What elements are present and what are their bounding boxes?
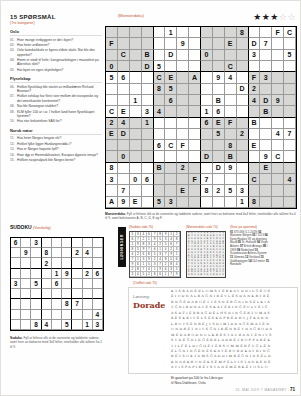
hexadoku-cell[interactable]: A [106,197,118,208]
hexadoku-cell[interactable]: 9 [177,38,189,49]
hexadoku-cell[interactable] [154,50,166,61]
sudoku-cell[interactable]: 2 [72,248,82,258]
hexadoku-cell[interactable] [130,84,142,95]
hexadoku-cell[interactable] [284,118,296,129]
sudoku-cell[interactable] [62,248,72,258]
hexadoku-cell[interactable]: 4 [225,72,237,83]
hexadoku-cell[interactable] [154,129,166,140]
hexadoku-cell[interactable] [118,163,130,174]
hexadoku-cell[interactable]: 6 [142,174,154,185]
hexadoku-cell[interactable] [272,61,284,72]
sudoku-cell[interactable] [72,289,82,299]
hexadoku-cell[interactable] [154,95,166,106]
hexadoku-cell[interactable] [154,174,166,185]
hexadoku-cell[interactable] [237,61,249,72]
hexadoku-cell[interactable] [272,50,284,61]
hexadoku-cell[interactable]: 8 [237,27,249,38]
hexadoku-cell[interactable]: 5 [284,50,296,61]
sudoku-cell[interactable] [72,269,82,279]
hexadoku-cell[interactable] [249,151,261,162]
sudoku-cell[interactable]: 3 [31,238,41,248]
sudoku-cell[interactable] [21,289,31,299]
sudoku-cell[interactable]: 6 [52,279,62,289]
hexadoku-cell[interactable] [225,27,237,38]
hexadoku-cell[interactable] [249,129,261,140]
hexadoku-cell[interactable] [249,61,261,72]
hexadoku-cell[interactable]: 1 [130,95,142,106]
hexadoku-cell[interactable] [130,140,142,151]
hexadoku-cell[interactable] [237,174,249,185]
hexadoku-cell[interactable]: 3 [106,174,118,185]
hexadoku-cell[interactable] [237,151,249,162]
hexadoku-cell[interactable]: 3 [260,72,272,83]
hexadoku-cell[interactable] [213,197,225,208]
sudoku-cell[interactable] [11,310,21,320]
hexadoku-cell[interactable] [130,129,142,140]
hexadoku-cell[interactable] [106,50,118,61]
hexadoku-cell[interactable] [237,163,249,174]
hexadoku-cell[interactable] [189,61,201,72]
hexadoku-cell[interactable]: 3 [249,50,261,61]
sudoku-cell[interactable]: 4 [42,320,52,330]
hexadoku-cell[interactable] [177,84,189,95]
sudoku-cell[interactable] [52,299,62,309]
hexadoku-cell[interactable] [130,61,142,72]
sudoku-cell[interactable]: 8 [42,248,52,258]
hexadoku-cell[interactable]: 7 [284,129,296,140]
hexadoku-cell[interactable] [177,197,189,208]
sudoku-cell[interactable] [31,269,41,279]
hexadoku-cell[interactable]: D [260,95,272,106]
hexadoku-cell[interactable] [142,38,154,49]
hexadoku-cell[interactable] [213,174,225,185]
hexadoku-cell[interactable]: D [165,50,177,61]
hexadoku-cell[interactable] [177,118,189,129]
sudoku-cell[interactable] [62,289,72,299]
hexadoku-cell[interactable] [165,174,177,185]
hexadoku-cell[interactable]: 4 [249,95,261,106]
sudoku-cell[interactable] [83,310,93,320]
hexadoku-cell[interactable]: E [130,197,142,208]
hexadoku-cell[interactable] [272,38,284,49]
hexadoku-grid[interactable]: 18FCF9ED7CBD0350D5C56CEA94F385D216B4D9CE… [105,26,297,209]
hexadoku-cell[interactable]: B [213,95,225,106]
hexadoku-cell[interactable] [213,27,225,38]
hexadoku-cell[interactable] [249,163,261,174]
sudoku-cell[interactable] [72,238,82,248]
hexadoku-cell[interactable] [142,27,154,38]
sudoku-cell[interactable] [42,310,52,320]
hexadoku-cell[interactable]: C [165,140,177,151]
hexadoku-cell[interactable]: 7 [260,38,272,49]
sudoku-cell[interactable] [83,299,93,309]
hexadoku-cell[interactable] [118,38,130,49]
hexadoku-cell[interactable]: F [272,27,284,38]
hexadoku-cell[interactable] [189,106,201,117]
hexadoku-cell[interactable] [272,163,284,174]
hexadoku-cell[interactable] [189,197,201,208]
hexadoku-cell[interactable] [177,61,189,72]
hexadoku-cell[interactable] [189,151,201,162]
hexadoku-cell[interactable]: E [213,118,225,129]
hexadoku-cell[interactable]: 7 [201,174,213,185]
hexadoku-cell[interactable] [189,140,201,151]
hexadoku-cell[interactable] [106,185,118,196]
hexadoku-cell[interactable]: D [142,61,154,72]
hexadoku-cell[interactable]: 4 [118,118,130,129]
hexadoku-cell[interactable]: 2 [106,118,118,129]
hexadoku-cell[interactable]: E [249,140,261,151]
hexadoku-cell[interactable] [189,84,201,95]
hexadoku-cell[interactable] [237,72,249,83]
hexadoku-cell[interactable] [154,151,166,162]
hexadoku-cell[interactable] [260,197,272,208]
hexadoku-cell[interactable] [213,84,225,95]
hexadoku-cell[interactable]: 6 [213,106,225,117]
sudoku-cell[interactable]: 8 [31,320,41,330]
hexadoku-cell[interactable] [260,50,272,61]
hexadoku-cell[interactable] [106,84,118,95]
sudoku-cell[interactable] [93,279,103,289]
hexadoku-cell[interactable]: D [249,38,261,49]
hexadoku-cell[interactable]: D [118,129,130,140]
hexadoku-cell[interactable] [142,197,154,208]
hexadoku-cell[interactable] [177,151,189,162]
sudoku-cell[interactable] [72,279,82,289]
sudoku-cell[interactable] [93,248,103,258]
sudoku-cell[interactable] [21,310,31,320]
hexadoku-cell[interactable]: B [249,118,261,129]
hexadoku-cell[interactable] [260,61,272,72]
hexadoku-cell[interactable] [130,72,142,83]
hexadoku-cell[interactable] [142,185,154,196]
hexadoku-cell[interactable] [118,95,130,106]
sudoku-cell[interactable] [83,258,93,268]
hexadoku-cell[interactable] [284,95,296,106]
hexadoku-cell[interactable] [201,61,213,72]
sudoku-cell[interactable] [11,269,21,279]
hexadoku-cell[interactable]: D [213,163,225,174]
hexadoku-cell[interactable]: 1 [237,197,249,208]
hexadoku-cell[interactable]: E [165,72,177,83]
sudoku-cell[interactable]: 4 [93,310,103,320]
hexadoku-cell[interactable]: 9 [260,151,272,162]
hexadoku-cell[interactable] [142,163,154,174]
sudoku-cell[interactable] [21,258,31,268]
hexadoku-cell[interactable] [284,72,296,83]
sudoku-cell[interactable]: 1 [52,269,62,279]
hexadoku-cell[interactable] [260,27,272,38]
hexadoku-cell[interactable]: 4 [272,129,284,140]
hexadoku-cell[interactable] [106,27,118,38]
hexadoku-cell[interactable]: C [284,27,296,38]
sudoku-cell[interactable] [83,238,93,248]
hexadoku-cell[interactable]: 9 [118,197,130,208]
hexadoku-cell[interactable] [165,151,177,162]
hexadoku-cell[interactable] [154,38,166,49]
sudoku-cell[interactable]: 2 [83,269,93,279]
hexadoku-cell[interactable] [225,106,237,117]
hexadoku-cell[interactable] [177,95,189,106]
hexadoku-cell[interactable] [284,38,296,49]
hexadoku-cell[interactable] [237,118,249,129]
sudoku-grid[interactable]: 6398242192635687484513 [10,237,104,331]
sudoku-cell[interactable] [93,258,103,268]
hexadoku-cell[interactable]: 5 [106,72,118,83]
sudoku-cell[interactable] [83,289,93,299]
hexadoku-cell[interactable] [260,174,272,185]
hexadoku-cell[interactable] [189,95,201,106]
sudoku-cell[interactable] [21,238,31,248]
hexadoku-cell[interactable] [237,50,249,61]
hexadoku-cell[interactable] [213,50,225,61]
hexadoku-cell[interactable] [177,27,189,38]
hexadoku-cell[interactable] [189,185,201,196]
sudoku-cell[interactable]: 5 [62,320,72,330]
hexadoku-cell[interactable]: E [106,129,118,140]
hexadoku-cell[interactable]: 1 [142,118,154,129]
hexadoku-cell[interactable]: 0 [118,151,130,162]
hexadoku-cell[interactable]: F [249,72,261,83]
hexadoku-cell[interactable] [189,129,201,140]
hexadoku-cell[interactable] [284,84,296,95]
hexadoku-cell[interactable] [272,197,284,208]
hexadoku-cell[interactable]: B [225,151,237,162]
hexadoku-cell[interactable] [130,118,142,129]
hexadoku-cell[interactable] [154,185,166,196]
hexadoku-cell[interactable]: 1 [201,106,213,117]
hexadoku-cell[interactable] [272,185,284,196]
sudoku-cell[interactable]: 4 [83,248,93,258]
hexadoku-cell[interactable] [130,27,142,38]
sudoku-cell[interactable] [31,299,41,309]
hexadoku-cell[interactable] [118,27,130,38]
hexadoku-cell[interactable]: 9 [225,163,237,174]
sudoku-cell[interactable] [62,310,72,320]
hexadoku-cell[interactable]: 3 [165,197,177,208]
hexadoku-cell[interactable]: D [201,151,213,162]
hexadoku-cell[interactable] [177,174,189,185]
hexadoku-cell[interactable]: F [177,140,189,151]
sudoku-cell[interactable]: 3 [11,279,21,289]
sudoku-cell[interactable]: 7 [72,299,82,309]
sudoku-cell[interactable] [52,320,62,330]
hexadoku-cell[interactable] [142,84,154,95]
hexadoku-cell[interactable] [142,129,154,140]
sudoku-cell[interactable] [72,320,82,330]
hexadoku-cell[interactable]: 6 [118,72,130,83]
hexadoku-cell[interactable] [154,118,166,129]
hexadoku-cell[interactable]: 6 [154,140,166,151]
sudoku-cell[interactable]: 9 [21,248,31,258]
hexadoku-cell[interactable] [284,140,296,151]
hexadoku-cell[interactable] [272,118,284,129]
hexadoku-cell[interactable] [142,95,154,106]
hexadoku-cell[interactable]: 5 [213,129,225,140]
hexadoku-cell[interactable]: 5 [154,61,166,72]
hexadoku-cell[interactable] [225,197,237,208]
hexadoku-cell[interactable]: E [177,185,189,196]
hexadoku-cell[interactable] [118,61,130,72]
hexadoku-cell[interactable] [237,140,249,151]
sudoku-cell[interactable]: 6 [11,238,21,248]
hexadoku-cell[interactable] [177,72,189,83]
hexadoku-cell[interactable] [165,106,177,117]
hexadoku-cell[interactable] [118,84,130,95]
hexadoku-cell[interactable] [177,129,189,140]
hexadoku-cell[interactable]: A [189,72,201,83]
sudoku-cell[interactable] [52,258,62,268]
hexadoku-cell[interactable] [130,151,142,162]
sudoku-cell[interactable]: 1 [83,320,93,330]
hexadoku-cell[interactable] [201,84,213,95]
hexadoku-cell[interactable] [165,185,177,196]
hexadoku-cell[interactable] [260,140,272,151]
hexadoku-cell[interactable] [142,151,154,162]
hexadoku-cell[interactable] [237,95,249,106]
hexadoku-cell[interactable]: 8 [201,185,213,196]
hexadoku-cell[interactable]: 0 [130,174,142,185]
hexadoku-cell[interactable] [165,38,177,49]
hexadoku-cell[interactable] [249,185,261,196]
hexadoku-cell[interactable]: C [154,72,166,83]
sudoku-cell[interactable] [21,299,31,309]
hexadoku-cell[interactable] [225,84,237,95]
sudoku-cell[interactable] [21,320,31,330]
sudoku-cell[interactable] [11,258,21,268]
hexadoku-cell[interactable] [201,129,213,140]
sudoku-cell[interactable] [52,238,62,248]
hexadoku-cell[interactable] [225,174,237,185]
sudoku-cell[interactable]: 6 [93,269,103,279]
hexadoku-cell[interactable] [284,61,296,72]
hexadoku-cell[interactable]: 8 [106,163,118,174]
hexadoku-cell[interactable] [130,185,142,196]
hexadoku-cell[interactable] [272,84,284,95]
hexadoku-cell[interactable] [189,27,201,38]
hexadoku-cell[interactable] [272,140,284,151]
hexadoku-cell[interactable] [189,163,201,174]
hexadoku-cell[interactable] [260,118,272,129]
hexadoku-cell[interactable] [284,151,296,162]
hexadoku-cell[interactable] [201,163,213,174]
sudoku-cell[interactable] [31,310,41,320]
hexadoku-cell[interactable]: E [260,163,272,174]
hexadoku-cell[interactable] [142,72,154,83]
sudoku-cell[interactable] [21,269,31,279]
sudoku-cell[interactable]: 8 [62,299,72,309]
sudoku-cell[interactable] [21,279,31,289]
hexadoku-cell[interactable]: 0 [201,50,213,61]
hexadoku-cell[interactable]: 8 [225,140,237,151]
sudoku-cell[interactable] [42,299,52,309]
hexadoku-cell[interactable] [106,95,118,106]
hexadoku-cell[interactable]: C [225,61,237,72]
sudoku-cell[interactable] [62,279,72,289]
hexadoku-cell[interactable] [201,95,213,106]
hexadoku-cell[interactable] [284,106,296,117]
hexadoku-cell[interactable] [201,72,213,83]
sudoku-cell[interactable] [52,310,62,320]
sudoku-cell[interactable] [11,248,21,258]
sudoku-cell[interactable]: 5 [31,279,41,289]
hexadoku-cell[interactable]: 8 [154,84,166,95]
sudoku-cell[interactable] [11,320,21,330]
hexadoku-cell[interactable] [165,118,177,129]
sudoku-cell[interactable] [42,289,52,299]
hexadoku-cell[interactable] [130,163,142,174]
hexadoku-cell[interactable]: C [249,174,261,185]
sudoku-cell[interactable] [31,248,41,258]
hexadoku-cell[interactable] [213,61,225,72]
sudoku-cell[interactable] [11,289,21,299]
hexadoku-cell[interactable]: B [154,163,166,174]
hexadoku-cell[interactable] [272,106,284,117]
hexadoku-cell[interactable] [237,106,249,117]
hexadoku-cell[interactable]: 3 [142,106,154,117]
sudoku-cell[interactable]: 3 [93,320,103,330]
hexadoku-cell[interactable] [213,151,225,162]
hexadoku-cell[interactable] [284,163,296,174]
sudoku-cell[interactable] [52,248,62,258]
hexadoku-cell[interactable]: 3 [237,185,249,196]
hexadoku-cell[interactable]: 5 [225,185,237,196]
sudoku-cell[interactable] [93,289,103,299]
hexadoku-cell[interactable]: 9 [272,95,284,106]
hexadoku-cell[interactable]: 8 [249,197,261,208]
hexadoku-cell[interactable]: B [260,106,272,117]
hexadoku-cell[interactable] [260,185,272,196]
hexadoku-cell[interactable] [260,84,272,95]
hexadoku-cell[interactable] [201,197,213,208]
hexadoku-cell[interactable] [225,95,237,106]
hexadoku-cell[interactable]: 5 [154,197,166,208]
sudoku-cell[interactable] [11,299,21,309]
hexadoku-cell[interactable] [225,129,237,140]
hexadoku-cell[interactable] [106,151,118,162]
hexadoku-cell[interactable]: E [118,106,130,117]
hexadoku-cell[interactable] [284,197,296,208]
hexadoku-cell[interactable]: 5 [165,84,177,95]
hexadoku-cell[interactable]: 1 [165,27,177,38]
hexadoku-cell[interactable]: B [142,50,154,61]
hexadoku-cell[interactable]: C [118,50,130,61]
hexadoku-cell[interactable]: 2 [237,129,249,140]
hexadoku-cell[interactable] [189,118,201,129]
hexadoku-cell[interactable] [237,38,249,49]
hexadoku-cell[interactable] [130,38,142,49]
sudoku-cell[interactable] [31,258,41,268]
hexadoku-cell[interactable] [201,140,213,151]
hexadoku-cell[interactable]: 6 [201,118,213,129]
hexadoku-cell[interactable] [106,140,118,151]
hexadoku-cell[interactable] [260,129,272,140]
hexadoku-cell[interactable] [165,163,177,174]
hexadoku-cell[interactable]: 6 [165,95,177,106]
sudoku-cell[interactable] [42,238,52,248]
sudoku-cell[interactable] [72,258,82,268]
hexadoku-cell[interactable]: F [189,174,201,185]
hexadoku-cell[interactable]: C [106,106,118,117]
hexadoku-cell[interactable] [213,38,225,49]
sudoku-cell[interactable] [93,238,103,248]
hexadoku-cell[interactable]: E [225,38,237,49]
sudoku-cell[interactable] [42,269,52,279]
hexadoku-cell[interactable] [225,50,237,61]
hexadoku-cell[interactable]: 7 [118,185,130,196]
hexadoku-cell[interactable] [154,27,166,38]
sudoku-cell[interactable] [72,310,82,320]
